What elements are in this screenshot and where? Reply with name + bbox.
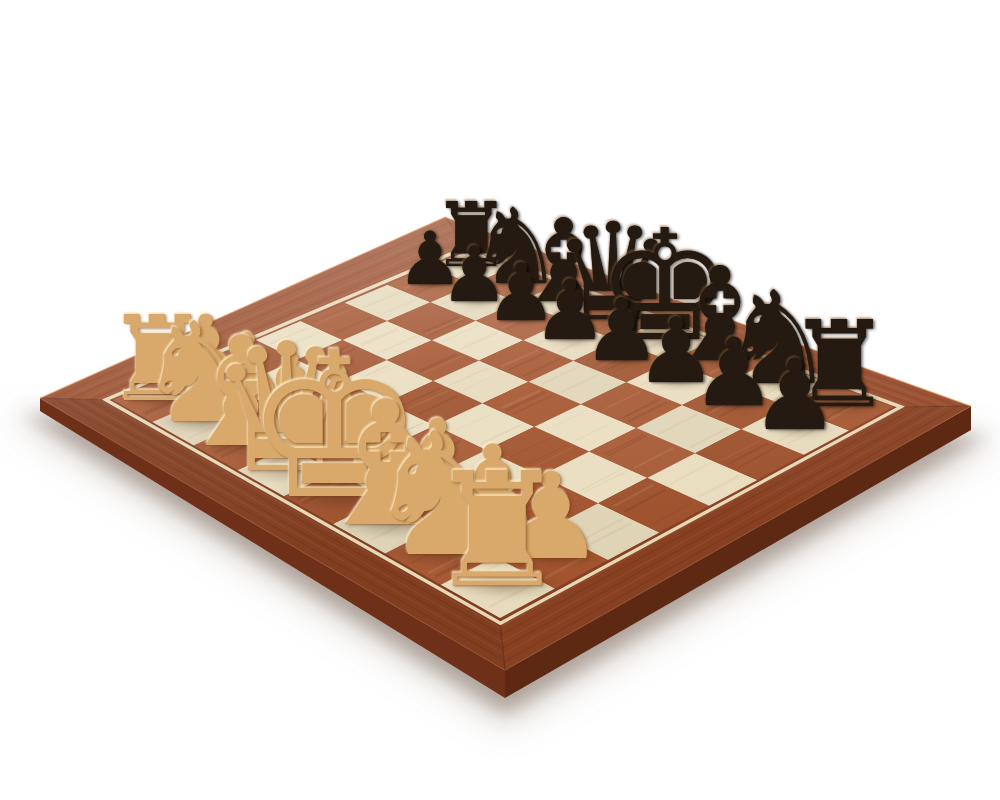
chess-set-photo: ♜♞♝♛♚♝♞♜♟♟♟♟♟♟♟♟♟♟♟♟♟♟♟♟♜♞♝♛♚♝♞♜ — [0, 0, 1000, 800]
piece-white-rook[interactable]: ♜ — [419, 452, 577, 610]
piece-black-pawn[interactable]: ♟ — [746, 347, 844, 445]
pieces-layer: ♜♞♝♛♚♝♞♜♟♟♟♟♟♟♟♟♟♟♟♟♟♟♟♟♜♞♝♛♚♝♞♜ — [0, 0, 1000, 800]
